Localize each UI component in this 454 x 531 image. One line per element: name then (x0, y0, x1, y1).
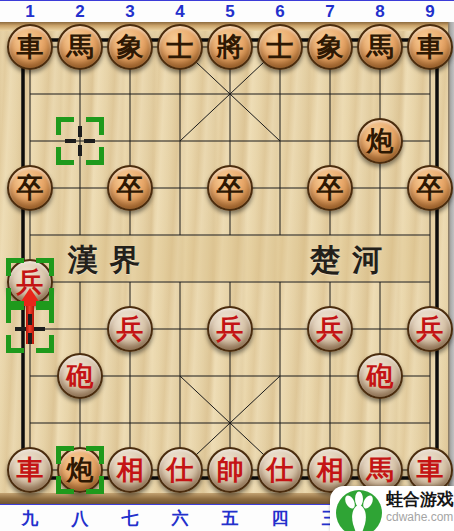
bracket-corner (6, 288, 24, 306)
selection-bracket (56, 117, 104, 165)
river-label-right: 楚河 (310, 240, 394, 281)
piece-black-象[interactable]: 象 (107, 24, 153, 70)
piece-black-卒[interactable]: 卒 (407, 165, 453, 211)
selection-bracket (56, 446, 104, 494)
piece-black-士[interactable]: 士 (157, 24, 203, 70)
piece-red-仕[interactable]: 仕 (257, 447, 303, 493)
selection-bracket (6, 258, 54, 306)
bracket-corner (6, 258, 24, 276)
watermark: 蛙合游戏 cdwahe.com (330, 486, 454, 531)
piece-red-砲[interactable]: 砲 (57, 353, 103, 399)
file-numeral-4: 六 (172, 505, 189, 531)
selection-bracket (6, 305, 54, 353)
watermark-domain: cdwahe.com (386, 510, 452, 524)
piece-black-象[interactable]: 象 (307, 24, 353, 70)
bracket-corner (56, 147, 74, 165)
piece-red-兵[interactable]: 兵 (107, 306, 153, 352)
piece-black-車[interactable]: 車 (7, 24, 53, 70)
bracket-corner (6, 335, 24, 353)
piece-red-兵[interactable]: 兵 (407, 306, 453, 352)
file-numeral-2: 八 (72, 505, 89, 531)
file-numeral-6: 四 (272, 505, 289, 531)
bracket-corner (86, 147, 104, 165)
bracket-corner (36, 335, 54, 353)
piece-black-卒[interactable]: 卒 (7, 165, 53, 211)
xiangqi-app: 123456789 (0, 0, 454, 531)
bracket-corner (86, 476, 104, 494)
piece-red-相[interactable]: 相 (107, 447, 153, 493)
file-numeral-3: 七 (122, 505, 139, 531)
bracket-corner (86, 117, 104, 135)
bracket-corner (86, 446, 104, 464)
piece-red-兵[interactable]: 兵 (207, 306, 253, 352)
bracket-corner (36, 258, 54, 276)
file-numeral-5: 五 (222, 505, 239, 531)
piece-red-砲[interactable]: 砲 (357, 353, 403, 399)
piece-red-兵[interactable]: 兵 (307, 306, 353, 352)
piece-black-士[interactable]: 士 (257, 24, 303, 70)
frog-logo-icon (336, 490, 382, 531)
piece-black-車[interactable]: 車 (407, 24, 453, 70)
piece-black-炮[interactable]: 炮 (357, 118, 403, 164)
bracket-corner (36, 288, 54, 306)
bracket-corner (56, 476, 74, 494)
file-numeral-1: 九 (22, 505, 39, 531)
watermark-title: 蛙合游戏 (386, 488, 452, 510)
piece-red-車[interactable]: 車 (7, 447, 53, 493)
piece-black-卒[interactable]: 卒 (207, 165, 253, 211)
piece-black-將[interactable]: 將 (207, 24, 253, 70)
piece-black-馬[interactable]: 馬 (357, 24, 403, 70)
piece-red-仕[interactable]: 仕 (157, 447, 203, 493)
bracket-corner (36, 305, 54, 323)
piece-black-卒[interactable]: 卒 (107, 165, 153, 211)
river-label-left: 漢界 (68, 240, 152, 281)
piece-black-馬[interactable]: 馬 (57, 24, 103, 70)
bracket-corner (56, 117, 74, 135)
bracket-corner (6, 305, 24, 323)
bracket-corner (56, 446, 74, 464)
piece-black-卒[interactable]: 卒 (307, 165, 353, 211)
piece-red-帥[interactable]: 帥 (207, 447, 253, 493)
